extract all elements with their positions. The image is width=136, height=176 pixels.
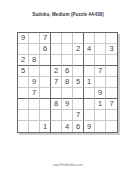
sudoku-cell-r5c1 xyxy=(18,77,29,88)
sudoku-cell-r4c3 xyxy=(40,66,51,77)
sudoku-cell-r4c9 xyxy=(106,66,117,77)
sudoku-cell-r6c4 xyxy=(51,88,62,99)
sudoku-cell-r6c7 xyxy=(84,88,95,99)
sudoku-cell-r6c5 xyxy=(62,88,73,99)
sudoku-cell-r6c9 xyxy=(106,88,117,99)
sudoku-cell-r9c8 xyxy=(95,121,106,132)
sudoku-cell-r4c7 xyxy=(84,66,95,77)
sudoku-cell-r1c3: 7 xyxy=(40,33,51,44)
sudoku-cell-r2c6: 2 xyxy=(73,44,84,55)
sudoku-cell-r9c6: 6 xyxy=(73,121,84,132)
sudoku-cell-r2c8 xyxy=(95,44,106,55)
sudoku-cell-r9c2 xyxy=(29,121,40,132)
sudoku-cell-r8c7 xyxy=(84,110,95,121)
sudoku-printout-page: Sudoku, Medium (Puzzle #A438) 9762432852… xyxy=(0,0,136,176)
sudoku-cell-r3c6 xyxy=(73,55,84,66)
sudoku-cell-r1c1: 9 xyxy=(18,33,29,44)
sudoku-cell-r1c6 xyxy=(73,33,84,44)
sudoku-cell-r1c7 xyxy=(84,33,95,44)
sudoku-cell-r2c2 xyxy=(29,44,40,55)
sudoku-cell-r2c5 xyxy=(62,44,73,55)
sudoku-cell-r7c9: 7 xyxy=(106,99,117,110)
sudoku-cell-r7c2 xyxy=(29,99,40,110)
sudoku-cell-r8c2 xyxy=(29,110,40,121)
sudoku-cell-r3c4 xyxy=(51,55,62,66)
sudoku-cell-r7c7 xyxy=(84,99,95,110)
sudoku-cell-r1c4 xyxy=(51,33,62,44)
sudoku-cell-r7c4: 8 xyxy=(51,99,62,110)
sudoku-cell-r2c1 xyxy=(18,44,29,55)
sudoku-cell-r4c5: 6 xyxy=(62,66,73,77)
sudoku-cell-r7c5: 9 xyxy=(62,99,73,110)
footer-url: www.PrintSudoku.com xyxy=(0,163,136,167)
sudoku-cell-r8c9 xyxy=(106,110,117,121)
sudoku-cell-r6c6 xyxy=(73,88,84,99)
sudoku-cell-r2c7: 4 xyxy=(84,44,95,55)
sudoku-board: 9762432852679785179891771469 xyxy=(17,32,118,133)
sudoku-cell-r3c9 xyxy=(106,55,117,66)
sudoku-cell-r6c3 xyxy=(40,88,51,99)
sudoku-cell-r3c8 xyxy=(95,55,106,66)
sudoku-cell-r4c2 xyxy=(29,66,40,77)
sudoku-cell-r5c8 xyxy=(95,77,106,88)
sudoku-cell-r2c3: 6 xyxy=(40,44,51,55)
sudoku-cell-r6c8: 9 xyxy=(95,88,106,99)
sudoku-cell-r3c2: 8 xyxy=(29,55,40,66)
sudoku-cell-r9c1 xyxy=(18,121,29,132)
sudoku-cell-r3c5 xyxy=(62,55,73,66)
sudoku-cell-r5c3 xyxy=(40,77,51,88)
sudoku-cell-r9c7: 9 xyxy=(84,121,95,132)
sudoku-cell-r3c1: 2 xyxy=(18,55,29,66)
sudoku-cell-r3c7 xyxy=(84,55,95,66)
sudoku-cell-r7c8: 1 xyxy=(95,99,106,110)
sudoku-cell-r5c7: 1 xyxy=(84,77,95,88)
sudoku-cell-r6c1 xyxy=(18,88,29,99)
sudoku-cell-r6c2: 7 xyxy=(29,88,40,99)
sudoku-cell-r1c8 xyxy=(95,33,106,44)
sudoku-cell-r4c8: 7 xyxy=(95,66,106,77)
sudoku-cell-r3c3 xyxy=(40,55,51,66)
sudoku-cell-r8c4 xyxy=(51,110,62,121)
sudoku-cell-r5c9 xyxy=(106,77,117,88)
sudoku-cell-r9c3: 1 xyxy=(40,121,51,132)
sudoku-cell-r7c3 xyxy=(40,99,51,110)
sudoku-cell-r8c6: 7 xyxy=(73,110,84,121)
sudoku-cell-r5c5: 8 xyxy=(62,77,73,88)
sudoku-cell-r1c2 xyxy=(29,33,40,44)
sudoku-cell-r1c9 xyxy=(106,33,117,44)
sudoku-cell-r9c4 xyxy=(51,121,62,132)
sudoku-cell-r9c9 xyxy=(106,121,117,132)
sudoku-cell-r8c1 xyxy=(18,110,29,121)
sudoku-cell-r5c6: 5 xyxy=(73,77,84,88)
sudoku-cell-r5c2: 9 xyxy=(29,77,40,88)
sudoku-cell-r4c6 xyxy=(73,66,84,77)
sudoku-cell-r1c5 xyxy=(62,33,73,44)
sudoku-cell-r8c3 xyxy=(40,110,51,121)
sudoku-cell-r5c4: 7 xyxy=(51,77,62,88)
sudoku-cell-r4c1: 5 xyxy=(18,66,29,77)
sudoku-cell-r8c5 xyxy=(62,110,73,121)
sudoku-cell-r7c1 xyxy=(18,99,29,110)
puzzle-title: Sudoku, Medium (Puzzle #A438) xyxy=(0,12,136,17)
sudoku-cell-r2c4 xyxy=(51,44,62,55)
sudoku-cell-r7c6 xyxy=(73,99,84,110)
sudoku-cell-r9c5: 4 xyxy=(62,121,73,132)
sudoku-cell-r4c4: 2 xyxy=(51,66,62,77)
sudoku-cell-r8c8 xyxy=(95,110,106,121)
sudoku-cell-r2c9: 3 xyxy=(106,44,117,55)
